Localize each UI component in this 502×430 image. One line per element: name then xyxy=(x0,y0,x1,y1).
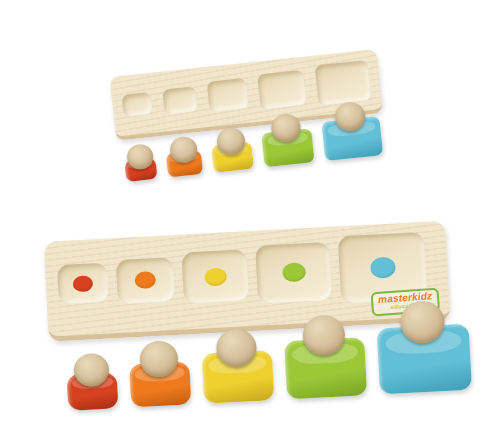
green-dot xyxy=(282,262,306,282)
slot-red[interactable] xyxy=(57,263,109,305)
piece-blue[interactable] xyxy=(377,324,472,395)
slot-green[interactable] xyxy=(257,69,306,109)
piece-orange[interactable] xyxy=(166,150,203,178)
piece-green[interactable] xyxy=(261,128,314,167)
orange-dot xyxy=(134,271,156,289)
puzzle-board: masterkidz education xyxy=(44,221,451,342)
slot-yellow[interactable] xyxy=(207,78,249,112)
slot-red[interactable] xyxy=(122,92,153,117)
slot-green[interactable] xyxy=(255,241,332,303)
piece-green[interactable] xyxy=(284,337,367,399)
piece-yellow[interactable] xyxy=(211,142,254,173)
piece-red[interactable] xyxy=(67,372,119,411)
toy-view-small xyxy=(100,30,424,212)
slot-orange[interactable] xyxy=(162,86,198,114)
piece-yellow[interactable] xyxy=(202,350,275,404)
toy-view-large: masterkidz education xyxy=(40,185,502,430)
slot-blue[interactable] xyxy=(314,60,371,105)
red-dot xyxy=(72,275,93,292)
wooden-knob xyxy=(216,126,247,156)
yellow-dot xyxy=(204,267,227,286)
wooden-knob xyxy=(125,143,153,171)
slot-orange[interactable] xyxy=(116,257,175,304)
piece-blue[interactable] xyxy=(322,116,384,161)
blue-dot xyxy=(369,257,395,279)
wooden-knob xyxy=(139,340,179,378)
wooden-knob xyxy=(168,135,198,164)
wooden-knob xyxy=(216,328,258,368)
slot-yellow[interactable] xyxy=(181,249,249,303)
piece-orange[interactable] xyxy=(129,361,191,407)
wooden-knob xyxy=(73,353,110,388)
piece-red[interactable] xyxy=(124,158,157,182)
product-photo: masterkidz education xyxy=(0,0,502,430)
recess-row xyxy=(44,221,450,337)
